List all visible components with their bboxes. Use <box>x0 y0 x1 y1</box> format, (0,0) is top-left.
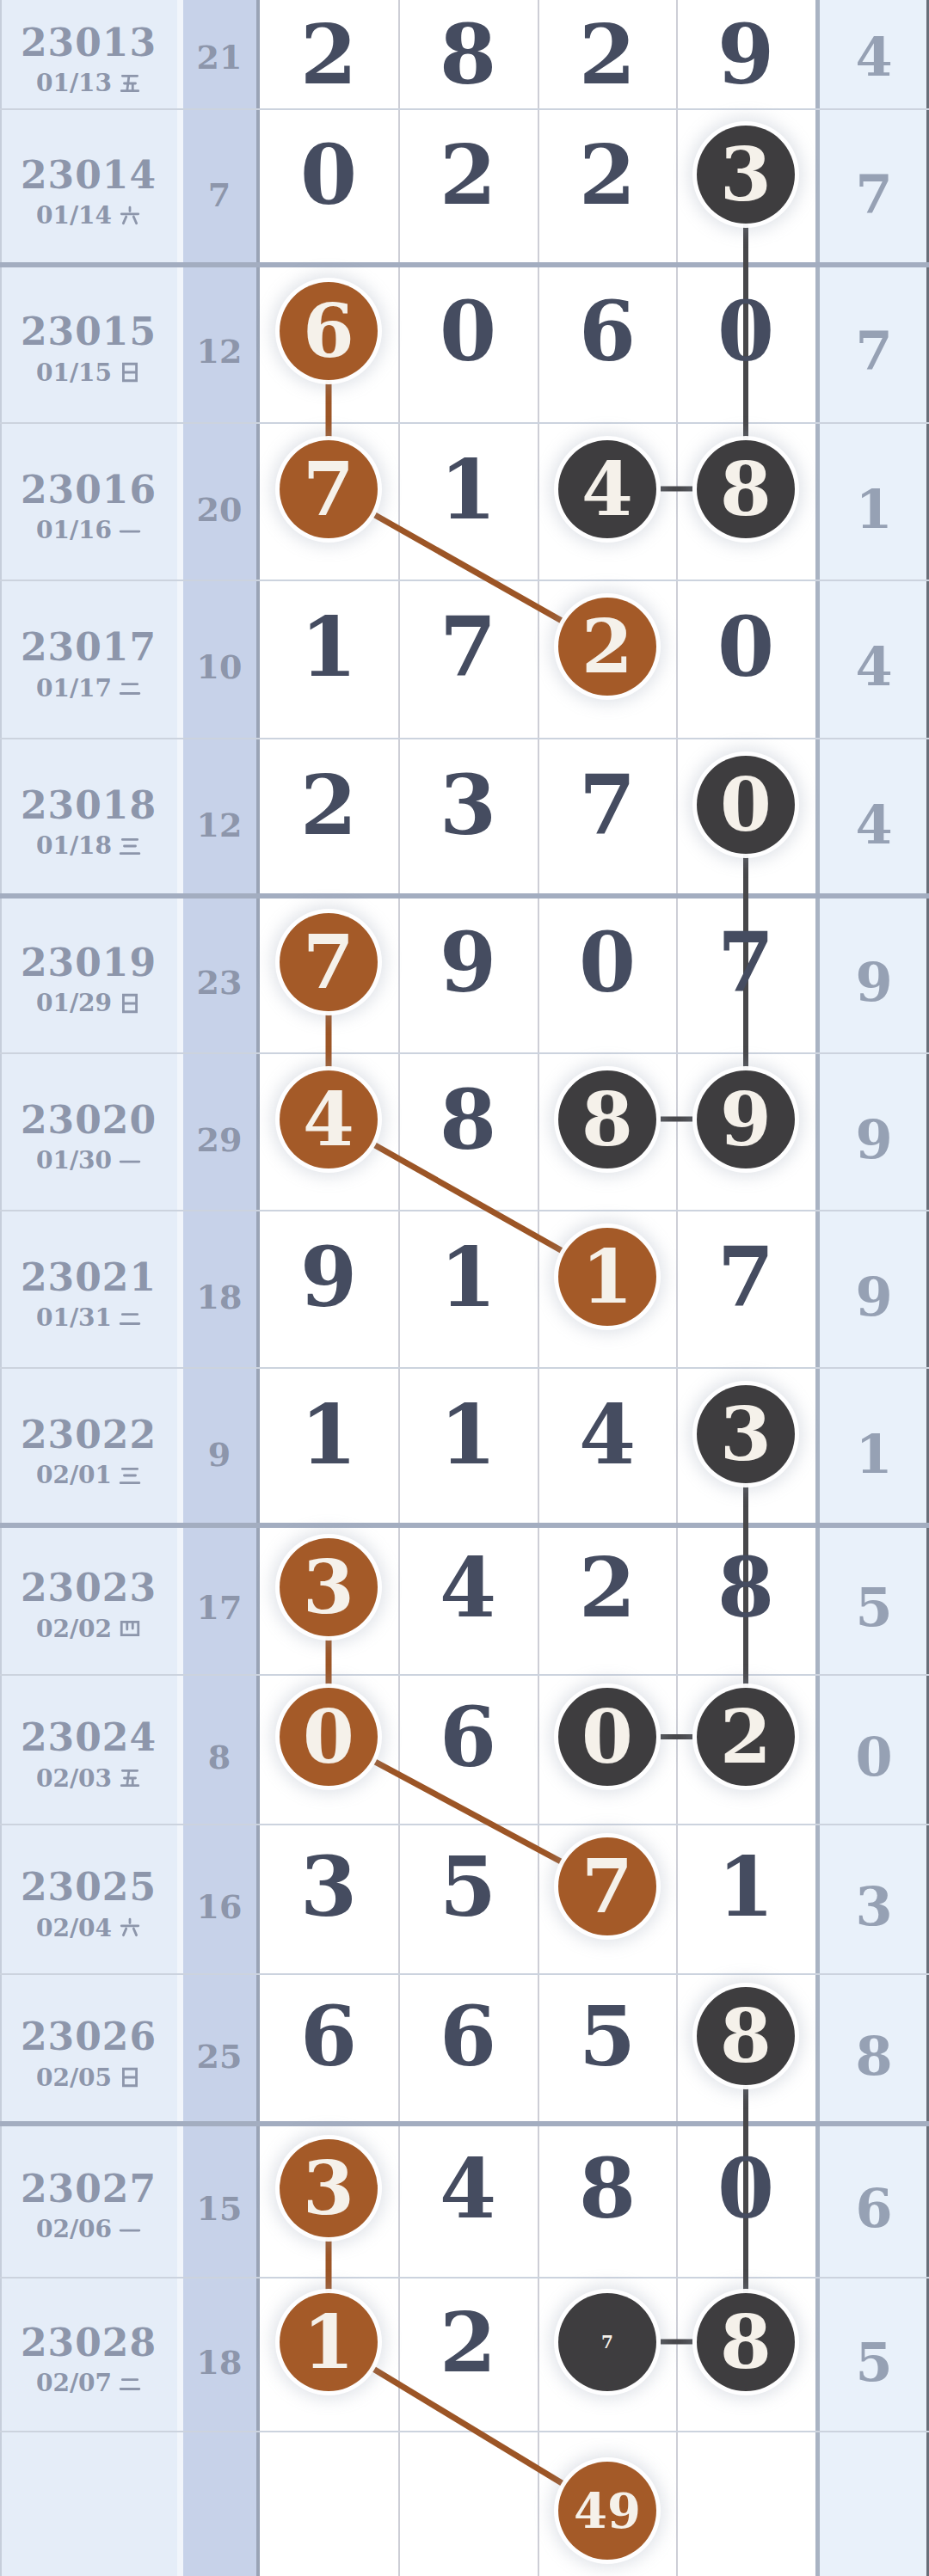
date-text: 01/15 <box>36 359 112 387</box>
tail-value: 5 <box>855 1576 892 1639</box>
grid-digit: 9 <box>720 1083 772 1156</box>
weekday-glyph-二 <box>119 677 141 699</box>
grid-digit: 8 <box>720 1999 772 2073</box>
period-number: 23028 <box>21 2322 157 2364</box>
period-number: 23018 <box>21 785 157 826</box>
grid-digit: 4 <box>579 1393 636 1475</box>
date-text: 02/01 <box>36 1461 112 1489</box>
grid-digit: 4 <box>303 1083 354 1156</box>
grid-digit: 2 <box>581 610 633 684</box>
sum-value: 21 <box>197 38 243 77</box>
sum-value: 29 <box>197 1119 243 1158</box>
grid-digit: 4 <box>440 1547 496 1628</box>
date-text: 02/05 <box>36 2064 112 2092</box>
draw-date: 02/06 <box>36 2215 141 2243</box>
sum-value: 18 <box>197 2342 243 2381</box>
draw-date: 01/15 <box>36 359 141 387</box>
period-number: 23013 <box>21 22 157 64</box>
grid-digit: 1 <box>300 1393 357 1475</box>
grid-digit: 3 <box>720 1397 772 1471</box>
grid-digit: 7 <box>303 925 354 999</box>
sum-value: 9 <box>208 1434 231 1473</box>
sum-value: 12 <box>197 805 243 843</box>
grid-digit: 8 <box>581 1083 633 1156</box>
grid-digit: 0 <box>581 1700 633 1774</box>
grid-digit: 2 <box>579 1547 636 1628</box>
grid-digit: 5 <box>579 1996 636 2077</box>
grid-digit: 8 <box>440 14 496 95</box>
grid-digit: 0 <box>720 768 772 842</box>
weekday-glyph-一 <box>119 519 141 542</box>
weekday-glyph-日 <box>119 992 141 1015</box>
draw-date: 01/16 <box>36 516 141 544</box>
date-text: 02/03 <box>36 1764 112 1793</box>
weekday-glyph-日 <box>119 2066 141 2088</box>
lottery-trend-chart: 2301301/1321282942301401/147022372301501… <box>0 0 929 2576</box>
draw-date: 01/29 <box>36 989 141 1017</box>
grid-digit: 9 <box>717 14 774 95</box>
draw-date: 01/31 <box>36 1303 141 1332</box>
sum-value: 17 <box>197 1588 243 1627</box>
period-number: 23016 <box>21 469 157 511</box>
period-number: 23014 <box>21 155 157 196</box>
grid-digit: 2 <box>440 133 496 215</box>
grid-digit: 6 <box>440 1696 496 1778</box>
tail-value: 9 <box>855 1107 892 1170</box>
period-cell: 2301801/18 <box>0 739 177 896</box>
period-number: 23021 <box>21 1257 157 1298</box>
period-number: 23020 <box>21 1100 157 1141</box>
grid-digit: 9 <box>300 1236 357 1317</box>
tail-value: 7 <box>855 163 892 225</box>
grid-digit: 0 <box>717 2147 774 2229</box>
weekday-glyph-二 <box>119 2372 141 2395</box>
period-cell: 2302702/06 <box>0 2124 177 2278</box>
period-cell: 2301901/29 <box>0 896 177 1053</box>
sum-value: 20 <box>197 489 243 528</box>
weekday-glyph-四 <box>119 1617 141 1640</box>
tail-value: 7 <box>855 320 892 383</box>
tail-value: 1 <box>855 477 892 540</box>
grid-digit: 0 <box>440 291 496 372</box>
next-draw-prediction-value: 49 <box>574 2482 641 2539</box>
grid-digit: 4 <box>440 2147 496 2229</box>
grid-digit: 7 <box>579 764 636 845</box>
period-number: 23022 <box>21 1414 157 1456</box>
draw-date: 02/02 <box>36 1615 141 1643</box>
date-text: 01/14 <box>36 201 112 230</box>
date-text: 01/31 <box>36 1303 112 1332</box>
grid-digit: 1 <box>440 1236 496 1317</box>
date-text: 01/30 <box>36 1146 112 1175</box>
tail-value: 9 <box>855 950 892 1013</box>
grid-digit: 8 <box>579 2147 636 2229</box>
grid-digit: 2 <box>440 2301 496 2383</box>
grid-digit: 2 <box>579 133 636 215</box>
draw-date: 01/30 <box>36 1146 141 1175</box>
grid-digit: 2 <box>720 1700 772 1774</box>
tail-value: 6 <box>855 2176 892 2239</box>
period-cell: 2302602/05 <box>0 1974 177 2124</box>
weekday-glyph-日 <box>119 361 141 383</box>
period-number: 23025 <box>21 1867 157 1908</box>
weekday-glyph-一 <box>119 2218 141 2241</box>
draw-date: 01/13 <box>36 69 141 97</box>
next-draw-prediction-circle: 49 <box>558 2462 656 2560</box>
weekday-glyph-三 <box>119 835 141 857</box>
date-text: 01/18 <box>36 831 112 860</box>
grid-digit: 1 <box>717 1846 774 1928</box>
grid-digit: 0 <box>717 606 774 688</box>
sum-value: 10 <box>197 647 243 686</box>
sum-value: 15 <box>197 2188 243 2227</box>
weekday-glyph-三 <box>119 1464 141 1487</box>
grid-digit: 3 <box>440 764 496 845</box>
sum-value: 25 <box>197 2037 243 2076</box>
period-number: 23024 <box>21 1717 157 1758</box>
tail-value: 0 <box>855 1726 892 1788</box>
draw-date: 02/04 <box>36 1914 141 1942</box>
period-number: 23026 <box>21 2016 157 2058</box>
tail-value: 4 <box>855 26 892 89</box>
tail-value: 5 <box>855 2330 892 2393</box>
period-cell: 2302802/07 <box>0 2278 177 2432</box>
period-cell: 2301601/16 <box>0 423 177 580</box>
grid-digit: 3 <box>303 1550 354 1624</box>
period-cell: 2302202/01 <box>0 1368 177 1525</box>
grid-digit: 1 <box>300 606 357 688</box>
period-number: 23017 <box>21 627 157 668</box>
weekday-glyph-一 <box>119 1150 141 1172</box>
tail-value: 4 <box>855 793 892 856</box>
grid-digit: 6 <box>579 291 636 372</box>
date-text: 02/04 <box>36 1914 112 1942</box>
date-text: 01/17 <box>36 674 112 702</box>
period-number: 23015 <box>21 311 157 353</box>
grid-digit: 1 <box>440 448 496 530</box>
grid-digit: 7 <box>717 1236 774 1317</box>
grid-digit: 3 <box>720 138 772 212</box>
date-text: 02/06 <box>36 2215 112 2243</box>
sum-value: 16 <box>197 1887 243 1926</box>
grid-digit: 9 <box>440 921 496 1003</box>
draw-date: 01/18 <box>36 831 141 860</box>
sum-value: 7 <box>208 175 231 213</box>
weekday-glyph-五 <box>119 72 141 95</box>
draw-date: 02/03 <box>36 1764 141 1793</box>
date-text: 01/16 <box>36 516 112 544</box>
grid-digit: 0 <box>717 291 774 372</box>
tail-value: 1 <box>855 1422 892 1485</box>
period-cell: 2302502/04 <box>0 1825 177 1974</box>
period-number: 23027 <box>21 2168 157 2210</box>
weekday-glyph-五 <box>119 1767 141 1789</box>
grid-digit: 7 <box>440 606 496 688</box>
grid-digit: 6 <box>440 1996 496 2077</box>
grid-digit: 7 <box>581 1849 633 1923</box>
tail-value: 8 <box>855 2025 892 2088</box>
period-cell: 2302101/31 <box>0 1211 177 1368</box>
grid-digit: 8 <box>717 1547 774 1628</box>
sum-value: 12 <box>197 332 243 371</box>
grid-digit: 5 <box>440 1846 496 1928</box>
draw-date: 02/01 <box>36 1461 141 1489</box>
draw-date: 01/17 <box>36 674 141 702</box>
sum-value: 23 <box>197 962 243 1001</box>
grid-digit: 8 <box>720 2305 772 2379</box>
date-text: 01/13 <box>36 69 112 97</box>
tail-value: 3 <box>855 1875 892 1938</box>
grid-digit: 7 <box>601 2334 613 2351</box>
grid-digit: 3 <box>300 1846 357 1928</box>
tail-value: 9 <box>855 1265 892 1328</box>
sum-value: 8 <box>208 1738 231 1776</box>
draw-date: 02/07 <box>36 2369 141 2397</box>
grid-digit: 1 <box>581 1240 633 1314</box>
grid-digit: 8 <box>440 1078 496 1160</box>
grid-digit: 4 <box>581 452 633 526</box>
date-text: 02/02 <box>36 1615 112 1643</box>
weekday-glyph-六 <box>119 205 141 227</box>
grid-digit: 2 <box>579 14 636 95</box>
grid-digit: 2 <box>300 14 357 95</box>
period-cell: 2301501/15 <box>0 265 177 423</box>
tail-value: 4 <box>855 635 892 698</box>
grid-digit: 7 <box>717 921 774 1003</box>
grid-digit: 0 <box>300 133 357 215</box>
weekday-glyph-六 <box>119 1917 141 1939</box>
grid-digit: 8 <box>720 452 772 526</box>
date-text: 02/07 <box>36 2369 112 2397</box>
weekday-glyph-二 <box>119 1307 141 1329</box>
period-cell: 2302001/30 <box>0 1053 177 1211</box>
grid-digit: 1 <box>440 1393 496 1475</box>
period-cell: 2301401/14 <box>0 109 177 265</box>
draw-date: 02/05 <box>36 2064 141 2092</box>
grid-digit: 2 <box>300 764 357 845</box>
period-cell: 2302302/02 <box>0 1525 177 1675</box>
date-text: 01/29 <box>36 989 112 1017</box>
grid-digit: 0 <box>579 921 636 1003</box>
draw-date: 01/14 <box>36 201 141 230</box>
grid-digit: 1 <box>303 2305 354 2379</box>
period-cell: 2302402/03 <box>0 1675 177 1825</box>
grid-digit: 0 <box>303 1700 354 1774</box>
grid-digit: 6 <box>300 1996 357 2077</box>
grid-digit: 7 <box>303 452 354 526</box>
period-cell: 2301701/17 <box>0 580 177 739</box>
period-number: 23023 <box>21 1567 157 1609</box>
grid-digit: 6 <box>303 294 354 368</box>
period-cell: 2301301/13 <box>0 0 177 109</box>
sum-value: 18 <box>197 1277 243 1316</box>
period-number: 23019 <box>21 942 157 984</box>
grid-digit: 3 <box>303 2151 354 2225</box>
